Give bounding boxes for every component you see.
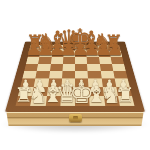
square-g5[interactable] [99,64,113,71]
square-d5[interactable] [62,64,75,71]
square-a5[interactable] [24,64,38,71]
white-rook[interactable]: ♜ [116,85,134,105]
brass-clasp [69,114,82,122]
clasp-latch-detail [73,116,78,120]
square-f5[interactable] [87,64,100,71]
square-h5[interactable] [111,64,125,71]
product-photo-stage: ♜♞♝♛♚♝♞♜♟♟♟♟♟♟♟♟♟♟♟♟♟♟♟♟♜♞♝♛♚♝♞♜ [0,0,150,150]
square-b5[interactable] [36,64,50,71]
square-c5[interactable] [49,64,62,71]
square-e5[interactable] [75,64,88,71]
black-pawn[interactable]: ♟ [106,39,123,58]
